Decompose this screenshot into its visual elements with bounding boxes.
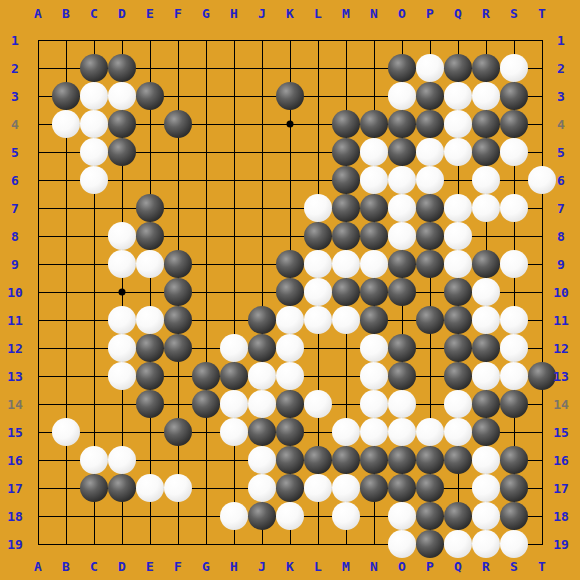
black-stone-D4[interactable]	[108, 110, 136, 138]
col-label-top-P: P	[426, 7, 434, 20]
white-stone-R19[interactable]	[472, 530, 500, 558]
white-stone-R7[interactable]	[472, 194, 500, 222]
white-stone-D8[interactable]	[108, 222, 136, 250]
row-label-right-2: 2	[557, 62, 565, 75]
white-stone-Q3[interactable]	[444, 82, 472, 110]
col-label-bottom-T: T	[538, 560, 546, 573]
black-stone-Q16[interactable]	[444, 446, 472, 474]
black-stone-F11[interactable]	[164, 306, 192, 334]
white-stone-J13[interactable]	[248, 362, 276, 390]
black-stone-G13[interactable]	[192, 362, 220, 390]
col-label-bottom-G: G	[202, 560, 210, 573]
row-label-left-18: 18	[7, 510, 23, 523]
white-stone-M17[interactable]	[332, 474, 360, 502]
black-stone-O4[interactable]	[388, 110, 416, 138]
black-stone-P7[interactable]	[416, 194, 444, 222]
white-stone-H15[interactable]	[220, 418, 248, 446]
white-stone-N5[interactable]	[360, 138, 388, 166]
board-intersections[interactable]	[24, 26, 556, 558]
black-stone-Q10[interactable]	[444, 278, 472, 306]
black-stone-R4[interactable]	[472, 110, 500, 138]
white-stone-N9[interactable]	[360, 250, 388, 278]
col-label-bottom-O: O	[398, 560, 406, 573]
black-stone-H13[interactable]	[220, 362, 248, 390]
row-label-right-10: 10	[553, 286, 569, 299]
white-stone-P5[interactable]	[416, 138, 444, 166]
black-stone-R9[interactable]	[472, 250, 500, 278]
row-label-left-1: 1	[11, 34, 19, 47]
col-label-top-J: J	[258, 7, 266, 20]
col-label-bottom-B: B	[62, 560, 70, 573]
black-stone-S18[interactable]	[500, 502, 528, 530]
col-label-bottom-D: D	[118, 560, 126, 573]
black-stone-D2[interactable]	[108, 54, 136, 82]
col-label-bottom-P: P	[426, 560, 434, 573]
row-label-left-15: 15	[7, 426, 23, 439]
black-stone-K15[interactable]	[276, 418, 304, 446]
black-stone-O17[interactable]	[388, 474, 416, 502]
white-stone-P6[interactable]	[416, 166, 444, 194]
black-stone-P19[interactable]	[416, 530, 444, 558]
black-stone-K3[interactable]	[276, 82, 304, 110]
black-stone-Q13[interactable]	[444, 362, 472, 390]
black-stone-E7[interactable]	[136, 194, 164, 222]
row-label-right-11: 11	[553, 314, 569, 327]
white-stone-S11[interactable]	[500, 306, 528, 334]
white-stone-C3[interactable]	[80, 82, 108, 110]
white-stone-O8[interactable]	[388, 222, 416, 250]
row-label-right-8: 8	[557, 230, 565, 243]
black-stone-G14[interactable]	[192, 390, 220, 418]
col-label-top-B: B	[62, 7, 70, 20]
row-label-left-6: 6	[11, 174, 19, 187]
black-stone-M4[interactable]	[332, 110, 360, 138]
row-label-right-4: 4	[557, 118, 565, 131]
black-stone-N11[interactable]	[360, 306, 388, 334]
black-stone-S4[interactable]	[500, 110, 528, 138]
white-stone-H18[interactable]	[220, 502, 248, 530]
black-stone-N7[interactable]	[360, 194, 388, 222]
black-stone-M7[interactable]	[332, 194, 360, 222]
black-stone-Q11[interactable]	[444, 306, 472, 334]
row-label-right-13: 13	[553, 370, 569, 383]
black-stone-R15[interactable]	[472, 418, 500, 446]
white-stone-R16[interactable]	[472, 446, 500, 474]
white-stone-D3[interactable]	[108, 82, 136, 110]
white-stone-L11[interactable]	[304, 306, 332, 334]
white-stone-R6[interactable]	[472, 166, 500, 194]
black-stone-O5[interactable]	[388, 138, 416, 166]
black-stone-P4[interactable]	[416, 110, 444, 138]
black-stone-F12[interactable]	[164, 334, 192, 362]
row-label-left-11: 11	[7, 314, 23, 327]
row-label-left-4: 4	[11, 118, 19, 131]
row-label-left-14: 14	[7, 398, 23, 411]
white-stone-S9[interactable]	[500, 250, 528, 278]
black-stone-K10[interactable]	[276, 278, 304, 306]
white-stone-C5[interactable]	[80, 138, 108, 166]
white-stone-T6[interactable]	[528, 166, 556, 194]
black-stone-B3[interactable]	[52, 82, 80, 110]
col-label-top-O: O	[398, 7, 406, 20]
white-stone-O7[interactable]	[388, 194, 416, 222]
white-stone-D16[interactable]	[108, 446, 136, 474]
white-stone-N12[interactable]	[360, 334, 388, 362]
white-stone-B15[interactable]	[52, 418, 80, 446]
white-stone-K13[interactable]	[276, 362, 304, 390]
white-stone-C4[interactable]	[80, 110, 108, 138]
black-stone-O12[interactable]	[388, 334, 416, 362]
black-stone-O9[interactable]	[388, 250, 416, 278]
go-board: AABBCCDDEEFFGGHHJJKKLLMMNNOOPPQQRRSSTT11…	[0, 0, 580, 580]
col-label-top-M: M	[342, 7, 350, 20]
col-label-bottom-Q: Q	[454, 560, 462, 573]
black-stone-M6[interactable]	[332, 166, 360, 194]
row-label-right-19: 19	[553, 538, 569, 551]
black-stone-F4[interactable]	[164, 110, 192, 138]
white-stone-R18[interactable]	[472, 502, 500, 530]
white-stone-C6[interactable]	[80, 166, 108, 194]
white-stone-D9[interactable]	[108, 250, 136, 278]
white-stone-L17[interactable]	[304, 474, 332, 502]
black-stone-Q2[interactable]	[444, 54, 472, 82]
black-stone-O10[interactable]	[388, 278, 416, 306]
white-stone-S19[interactable]	[500, 530, 528, 558]
col-label-top-L: L	[314, 7, 322, 20]
white-stone-M11[interactable]	[332, 306, 360, 334]
black-stone-C17[interactable]	[80, 474, 108, 502]
white-stone-S2[interactable]	[500, 54, 528, 82]
col-label-top-H: H	[230, 7, 238, 20]
white-stone-Q7[interactable]	[444, 194, 472, 222]
white-stone-L10[interactable]	[304, 278, 332, 306]
black-stone-S14[interactable]	[500, 390, 528, 418]
col-label-bottom-M: M	[342, 560, 350, 573]
col-label-bottom-E: E	[146, 560, 154, 573]
white-stone-Q4[interactable]	[444, 110, 472, 138]
black-stone-E14[interactable]	[136, 390, 164, 418]
col-label-top-D: D	[118, 7, 126, 20]
row-label-right-17: 17	[553, 482, 569, 495]
black-stone-R5[interactable]	[472, 138, 500, 166]
black-stone-E3[interactable]	[136, 82, 164, 110]
white-stone-O14[interactable]	[388, 390, 416, 418]
col-label-top-R: R	[482, 7, 490, 20]
white-stone-D13[interactable]	[108, 362, 136, 390]
row-label-right-15: 15	[553, 426, 569, 439]
row-label-left-3: 3	[11, 90, 19, 103]
row-label-left-19: 19	[7, 538, 23, 551]
white-stone-P15[interactable]	[416, 418, 444, 446]
white-stone-H12[interactable]	[220, 334, 248, 362]
white-stone-D11[interactable]	[108, 306, 136, 334]
col-label-bottom-S: S	[510, 560, 518, 573]
black-stone-P3[interactable]	[416, 82, 444, 110]
col-label-bottom-K: K	[286, 560, 294, 573]
black-stone-K14[interactable]	[276, 390, 304, 418]
black-stone-S16[interactable]	[500, 446, 528, 474]
black-stone-F15[interactable]	[164, 418, 192, 446]
white-stone-C16[interactable]	[80, 446, 108, 474]
black-stone-N17[interactable]	[360, 474, 388, 502]
white-stone-N13[interactable]	[360, 362, 388, 390]
row-label-right-18: 18	[553, 510, 569, 523]
black-stone-L8[interactable]	[304, 222, 332, 250]
col-label-bottom-R: R	[482, 560, 490, 573]
white-stone-N14[interactable]	[360, 390, 388, 418]
black-stone-K17[interactable]	[276, 474, 304, 502]
black-stone-N10[interactable]	[360, 278, 388, 306]
black-stone-L16[interactable]	[304, 446, 332, 474]
black-stone-M16[interactable]	[332, 446, 360, 474]
black-stone-K9[interactable]	[276, 250, 304, 278]
col-label-bottom-L: L	[314, 560, 322, 573]
row-label-right-7: 7	[557, 202, 565, 215]
row-label-right-16: 16	[553, 454, 569, 467]
row-label-left-5: 5	[11, 146, 19, 159]
black-stone-P16[interactable]	[416, 446, 444, 474]
row-label-left-7: 7	[11, 202, 19, 215]
white-stone-O18[interactable]	[388, 502, 416, 530]
black-stone-N8[interactable]	[360, 222, 388, 250]
row-label-right-1: 1	[557, 34, 565, 47]
row-label-right-6: 6	[557, 174, 565, 187]
black-stone-J15[interactable]	[248, 418, 276, 446]
col-label-top-Q: Q	[454, 7, 462, 20]
white-stone-O3[interactable]	[388, 82, 416, 110]
col-label-top-S: S	[510, 7, 518, 20]
black-stone-M5[interactable]	[332, 138, 360, 166]
white-stone-L7[interactable]	[304, 194, 332, 222]
black-stone-P11[interactable]	[416, 306, 444, 334]
white-stone-K11[interactable]	[276, 306, 304, 334]
black-stone-R14[interactable]	[472, 390, 500, 418]
black-stone-P8[interactable]	[416, 222, 444, 250]
white-stone-N15[interactable]	[360, 418, 388, 446]
row-label-left-16: 16	[7, 454, 23, 467]
black-stone-D5[interactable]	[108, 138, 136, 166]
white-stone-S13[interactable]	[500, 362, 528, 390]
white-stone-S12[interactable]	[500, 334, 528, 362]
col-label-top-A: A	[34, 7, 42, 20]
col-label-bottom-J: J	[258, 560, 266, 573]
black-stone-R2[interactable]	[472, 54, 500, 82]
black-stone-E12[interactable]	[136, 334, 164, 362]
black-stone-P18[interactable]	[416, 502, 444, 530]
row-label-right-3: 3	[557, 90, 565, 103]
white-stone-J14[interactable]	[248, 390, 276, 418]
white-stone-K12[interactable]	[276, 334, 304, 362]
black-stone-F9[interactable]	[164, 250, 192, 278]
black-stone-F10[interactable]	[164, 278, 192, 306]
white-stone-K18[interactable]	[276, 502, 304, 530]
white-stone-N6[interactable]	[360, 166, 388, 194]
black-stone-S3[interactable]	[500, 82, 528, 110]
white-stone-Q8[interactable]	[444, 222, 472, 250]
white-stone-Q19[interactable]	[444, 530, 472, 558]
row-label-left-9: 9	[11, 258, 19, 271]
white-stone-P2[interactable]	[416, 54, 444, 82]
white-stone-R13[interactable]	[472, 362, 500, 390]
col-label-bottom-H: H	[230, 560, 238, 573]
row-label-left-17: 17	[7, 482, 23, 495]
col-label-bottom-F: F	[174, 560, 182, 573]
white-stone-R3[interactable]	[472, 82, 500, 110]
row-label-right-14: 14	[553, 398, 569, 411]
black-stone-K16[interactable]	[276, 446, 304, 474]
white-stone-M15[interactable]	[332, 418, 360, 446]
row-label-left-13: 13	[7, 370, 23, 383]
white-stone-J16[interactable]	[248, 446, 276, 474]
black-stone-Q18[interactable]	[444, 502, 472, 530]
black-stone-O2[interactable]	[388, 54, 416, 82]
col-label-top-E: E	[146, 7, 154, 20]
black-stone-M8[interactable]	[332, 222, 360, 250]
col-label-bottom-N: N	[370, 560, 378, 573]
row-label-right-9: 9	[557, 258, 565, 271]
row-label-left-12: 12	[7, 342, 23, 355]
col-label-top-K: K	[286, 7, 294, 20]
black-stone-R12[interactable]	[472, 334, 500, 362]
white-stone-E17[interactable]	[136, 474, 164, 502]
black-stone-C2[interactable]	[80, 54, 108, 82]
white-stone-F17[interactable]	[164, 474, 192, 502]
black-stone-D17[interactable]	[108, 474, 136, 502]
white-stone-Q15[interactable]	[444, 418, 472, 446]
row-label-left-10: 10	[7, 286, 23, 299]
white-stone-O6[interactable]	[388, 166, 416, 194]
black-stone-J11[interactable]	[248, 306, 276, 334]
black-stone-Q12[interactable]	[444, 334, 472, 362]
white-stone-Q5[interactable]	[444, 138, 472, 166]
white-stone-M18[interactable]	[332, 502, 360, 530]
white-stone-O19[interactable]	[388, 530, 416, 558]
white-stone-L14[interactable]	[304, 390, 332, 418]
white-stone-D12[interactable]	[108, 334, 136, 362]
white-stone-O15[interactable]	[388, 418, 416, 446]
col-label-top-C: C	[90, 7, 98, 20]
row-label-left-8: 8	[11, 230, 19, 243]
white-stone-J17[interactable]	[248, 474, 276, 502]
black-stone-M10[interactable]	[332, 278, 360, 306]
white-stone-E9[interactable]	[136, 250, 164, 278]
white-stone-R11[interactable]	[472, 306, 500, 334]
white-stone-R10[interactable]	[472, 278, 500, 306]
white-stone-S7[interactable]	[500, 194, 528, 222]
row-label-right-12: 12	[553, 342, 569, 355]
row-label-left-2: 2	[11, 62, 19, 75]
white-stone-R17[interactable]	[472, 474, 500, 502]
black-stone-O13[interactable]	[388, 362, 416, 390]
white-stone-M9[interactable]	[332, 250, 360, 278]
white-stone-Q14[interactable]	[444, 390, 472, 418]
col-label-top-G: G	[202, 7, 210, 20]
black-stone-N4[interactable]	[360, 110, 388, 138]
black-stone-E13[interactable]	[136, 362, 164, 390]
black-stone-J12[interactable]	[248, 334, 276, 362]
white-stone-B4[interactable]	[52, 110, 80, 138]
black-stone-E8[interactable]	[136, 222, 164, 250]
white-stone-Q9[interactable]	[444, 250, 472, 278]
black-stone-T13[interactable]	[528, 362, 556, 390]
row-label-right-5: 5	[557, 146, 565, 159]
col-label-top-N: N	[370, 7, 378, 20]
black-stone-S17[interactable]	[500, 474, 528, 502]
col-label-top-T: T	[538, 7, 546, 20]
white-stone-E11[interactable]	[136, 306, 164, 334]
white-stone-L9[interactable]	[304, 250, 332, 278]
black-stone-O16[interactable]	[388, 446, 416, 474]
col-label-bottom-C: C	[90, 560, 98, 573]
black-stone-N16[interactable]	[360, 446, 388, 474]
col-label-bottom-A: A	[34, 560, 42, 573]
white-stone-S5[interactable]	[500, 138, 528, 166]
white-stone-H14[interactable]	[220, 390, 248, 418]
black-stone-J18[interactable]	[248, 502, 276, 530]
black-stone-P9[interactable]	[416, 250, 444, 278]
black-stone-P17[interactable]	[416, 474, 444, 502]
col-label-top-F: F	[174, 7, 182, 20]
